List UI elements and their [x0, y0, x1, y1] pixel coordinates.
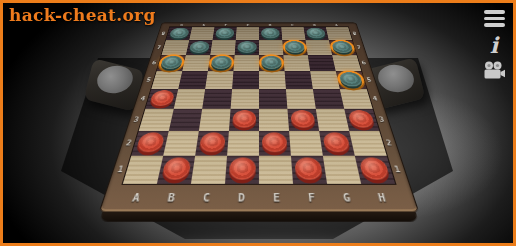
info-icon: i: [490, 35, 498, 55]
rank-label-left-8: 8: [161, 31, 166, 35]
square-B8: [189, 27, 214, 40]
square-D5[interactable]: [232, 71, 259, 89]
square-G7: [306, 40, 333, 55]
square-E3: [259, 109, 289, 131]
rank-label-left-7: 7: [156, 45, 161, 49]
rank-label-right-1: 1: [393, 165, 401, 173]
square-C7: [210, 40, 235, 55]
file-label-top-H: H: [180, 23, 183, 26]
file-label-top-G: G: [202, 23, 205, 26]
square-G6[interactable]: [308, 55, 336, 71]
square-B4: [174, 89, 205, 109]
square-C1: [191, 156, 227, 184]
file-label-bottom-E: E: [273, 191, 280, 203]
rank-label-left-1: 1: [117, 165, 125, 173]
square-F8: [281, 27, 305, 40]
watermark: hack-cheat.org: [9, 5, 156, 25]
rank-label-left-2: 2: [125, 139, 132, 146]
square-A7: [162, 40, 190, 55]
red-piece-E2[interactable]: [262, 132, 287, 152]
menu-bar: i: [481, 8, 507, 80]
file-label-bottom-H: H: [377, 191, 387, 203]
checkers-board: AHBGCFDEEDFCGBHA1122334455667788: [99, 22, 420, 212]
board-squares: [123, 27, 395, 184]
rank-label-right-4: 4: [372, 96, 378, 102]
record-button[interactable]: [483, 61, 506, 80]
square-G5: [310, 71, 340, 89]
info-button[interactable]: i: [490, 35, 498, 55]
square-E5: [259, 71, 286, 89]
square-B6: [182, 55, 210, 71]
square-F4: [286, 89, 316, 109]
teal-piece-E6[interactable]: [261, 56, 281, 69]
square-H6: [332, 55, 361, 71]
teal-piece-E8[interactable]: [261, 27, 280, 38]
square-F6: [283, 55, 310, 71]
file-label-bottom-F: F: [307, 191, 315, 203]
hamburger-icon: [484, 8, 505, 29]
red-piece-D3[interactable]: [232, 110, 256, 128]
rank-label-right-2: 2: [385, 139, 392, 146]
square-D2: [227, 131, 259, 156]
square-E1: [259, 156, 293, 184]
game-screen: AHBGCFDEEDFCGBHA1122334455667788 hack-ch…: [0, 0, 516, 246]
file-label-top-B: B: [313, 23, 316, 26]
square-B2: [163, 131, 199, 156]
teal-piece-D7[interactable]: [237, 41, 256, 53]
square-F5[interactable]: [285, 71, 313, 89]
teal-piece-F7[interactable]: [285, 41, 305, 53]
file-label-bottom-B: B: [167, 191, 176, 203]
red-piece-D1[interactable]: [229, 157, 256, 179]
square-C5: [205, 71, 233, 89]
file-label-top-C: C: [291, 23, 294, 26]
square-D4: [231, 89, 259, 109]
file-label-top-E: E: [247, 23, 250, 26]
square-B5[interactable]: [178, 71, 208, 89]
rank-label-left-6: 6: [151, 60, 157, 65]
file-label-top-D: D: [269, 23, 272, 26]
scene: AHBGCFDEEDFCGBHA1122334455667788: [3, 3, 513, 243]
square-C4[interactable]: [202, 89, 232, 109]
file-label-bottom-G: G: [342, 191, 351, 203]
rank-label-right-6: 6: [361, 60, 367, 65]
file-label-top-A: A: [335, 23, 338, 26]
square-E4[interactable]: [259, 89, 287, 109]
rank-label-left-4: 4: [140, 96, 146, 102]
rank-label-right-5: 5: [366, 77, 372, 82]
square-H2: [349, 131, 387, 156]
square-F2: [289, 131, 323, 156]
square-A5: [151, 71, 182, 89]
square-E7: [259, 40, 283, 55]
file-label-bottom-A: A: [131, 191, 141, 203]
file-label-top-F: F: [224, 23, 227, 26]
square-C3: [199, 109, 231, 131]
rank-label-left-5: 5: [146, 77, 152, 82]
square-H8: [326, 27, 352, 40]
square-H4: [340, 89, 373, 109]
rank-label-right-3: 3: [378, 116, 385, 123]
square-D8: [236, 27, 259, 40]
rank-label-right-8: 8: [352, 31, 357, 35]
file-label-bottom-D: D: [238, 191, 245, 203]
file-label-bottom-C: C: [202, 191, 210, 203]
rank-label-left-3: 3: [133, 116, 140, 123]
square-B3[interactable]: [169, 109, 202, 131]
video-camera-icon: [483, 61, 506, 80]
rank-label-right-7: 7: [356, 45, 361, 49]
square-D6: [233, 55, 259, 71]
menu-button[interactable]: [484, 8, 505, 29]
